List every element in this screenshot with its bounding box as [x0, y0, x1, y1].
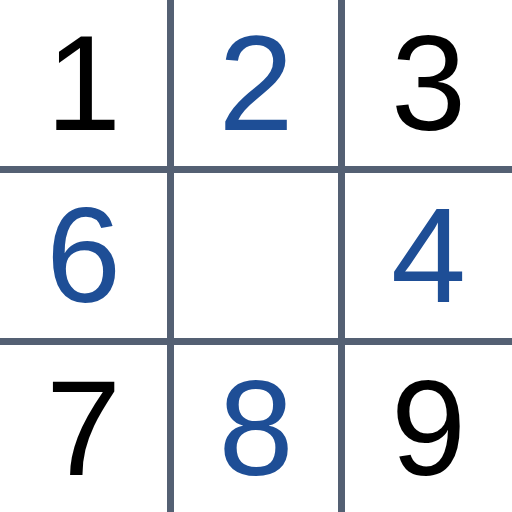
sudoku-board: 1 2 3 6 4 7 8 9: [0, 0, 512, 512]
cell-r3c3[interactable]: 9: [345, 345, 512, 512]
cell-r3c1[interactable]: 7: [0, 345, 167, 512]
cell-r1c3[interactable]: 3: [345, 0, 512, 166]
cell-r2c3[interactable]: 4: [345, 173, 512, 338]
cell-r2c2[interactable]: [174, 173, 338, 338]
cell-r1c1[interactable]: 1: [0, 0, 167, 166]
cell-r1c2[interactable]: 2: [174, 0, 338, 166]
cell-r3c2[interactable]: 8: [174, 345, 338, 512]
cell-r2c1[interactable]: 6: [0, 173, 167, 338]
